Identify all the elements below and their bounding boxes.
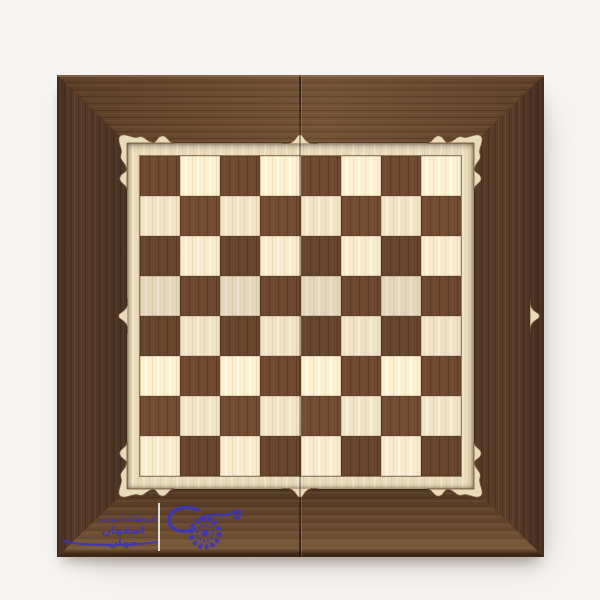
square-a6: [140, 236, 180, 276]
square-d8: [260, 156, 300, 196]
square-b6: [180, 236, 220, 276]
watermark-underline-flourish: [60, 539, 160, 547]
square-c7: [220, 196, 260, 236]
corner-ornament-top-left: [114, 130, 174, 190]
square-b1: [180, 436, 220, 476]
square-b5: [180, 276, 220, 316]
square-c6: [220, 236, 260, 276]
corner-ornament-top-right: [427, 130, 487, 190]
square-c2: [220, 396, 260, 436]
square-a3: [140, 356, 180, 396]
watermark-divider-line: [158, 503, 160, 551]
square-a5: [140, 276, 180, 316]
square-f2: [341, 396, 381, 436]
corner-ornament-bottom-right: [427, 442, 487, 502]
square-a7: [140, 196, 180, 236]
square-h5: [421, 276, 461, 316]
square-b7: [180, 196, 220, 236]
square-a4: [140, 316, 180, 356]
square-g2: [381, 396, 421, 436]
square-c4: [220, 316, 260, 356]
square-h4: [421, 316, 461, 356]
square-c3: [220, 356, 260, 396]
edge-ornament-right: [530, 298, 540, 334]
square-e8: [301, 156, 341, 196]
square-g6: [381, 236, 421, 276]
watermark: فروشگاه اینترنتی اصفهان جهان: [42, 501, 242, 553]
watermark-text-line1: فروشگاه اینترنتی: [94, 514, 160, 523]
square-e7: [301, 196, 341, 236]
square-h2: [421, 396, 461, 436]
square-c5: [220, 276, 260, 316]
square-c8: [220, 156, 260, 196]
square-e1: [301, 436, 341, 476]
square-h6: [421, 236, 461, 276]
square-f4: [341, 316, 381, 356]
watermark-flourish-swoosh-icon: [194, 504, 244, 526]
square-d3: [260, 356, 300, 396]
square-b3: [180, 356, 220, 396]
square-g8: [381, 156, 421, 196]
square-f8: [341, 156, 381, 196]
square-b4: [180, 316, 220, 356]
square-g4: [381, 316, 421, 356]
square-d1: [260, 436, 300, 476]
square-a2: [140, 396, 180, 436]
chess-board: [57, 75, 544, 557]
square-d4: [260, 316, 300, 356]
square-g7: [381, 196, 421, 236]
corner-ornament-bottom-left: [114, 442, 174, 502]
square-e6: [301, 236, 341, 276]
square-h7: [421, 196, 461, 236]
square-g1: [381, 436, 421, 476]
edge-ornament-left: [118, 298, 128, 334]
square-d6: [260, 236, 300, 276]
square-g5: [381, 276, 421, 316]
square-e4: [301, 316, 341, 356]
square-f3: [341, 356, 381, 396]
square-e5: [301, 276, 341, 316]
square-d5: [260, 276, 300, 316]
square-e2: [301, 396, 341, 436]
square-f7: [341, 196, 381, 236]
square-f5: [341, 276, 381, 316]
square-e3: [301, 356, 341, 396]
square-f6: [341, 236, 381, 276]
square-d2: [260, 396, 300, 436]
square-f1: [341, 436, 381, 476]
square-c1: [220, 436, 260, 476]
photo-canvas: فروشگاه اینترنتی اصفهان جهان: [0, 0, 600, 600]
square-h3: [421, 356, 461, 396]
square-g3: [381, 356, 421, 396]
fold-seam: [299, 75, 301, 557]
square-b2: [180, 396, 220, 436]
square-b8: [180, 156, 220, 196]
square-d7: [260, 196, 300, 236]
